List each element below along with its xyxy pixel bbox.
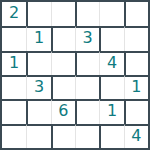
cell-r2c4[interactable]: 3: [75, 26, 99, 50]
cell-r6c3[interactable]: [51, 124, 75, 148]
cell-r6c4[interactable]: [75, 124, 99, 148]
cell-r3c1[interactable]: 1: [2, 51, 26, 75]
cell-r1c3[interactable]: [51, 2, 75, 26]
given-digit: 1: [131, 79, 141, 95]
cell-r5c6[interactable]: [124, 99, 148, 123]
board: 2131431614: [0, 0, 150, 150]
cell-r3c4[interactable]: [75, 51, 99, 75]
given-digit: 4: [107, 55, 117, 71]
given-digit: 1: [9, 55, 19, 71]
cell-r1c4[interactable]: [75, 2, 99, 26]
cell-r3c6[interactable]: [124, 51, 148, 75]
cell-r2c3[interactable]: [51, 26, 75, 50]
cell-r2c1[interactable]: [2, 26, 26, 50]
cell-r5c2[interactable]: [26, 99, 50, 123]
cell-r1c6[interactable]: [124, 2, 148, 26]
cell-r3c3[interactable]: [51, 51, 75, 75]
given-digit: 3: [34, 79, 44, 95]
cell-r2c5[interactable]: [99, 26, 123, 50]
cell-r2c2[interactable]: 1: [26, 26, 50, 50]
cell-r1c1[interactable]: 2: [2, 2, 26, 26]
cell-r6c6[interactable]: 4: [124, 124, 148, 148]
cell-r6c5[interactable]: [99, 124, 123, 148]
given-digit: 6: [58, 103, 68, 119]
cell-r4c4[interactable]: [75, 75, 99, 99]
given-digit: 4: [131, 128, 141, 144]
cell-r5c1[interactable]: [2, 99, 26, 123]
given-digit: 3: [83, 30, 93, 46]
cell-r1c5[interactable]: [99, 2, 123, 26]
cell-r4c3[interactable]: [51, 75, 75, 99]
cell-r5c4[interactable]: [75, 99, 99, 123]
cell-r4c6[interactable]: 1: [124, 75, 148, 99]
given-digit: 1: [34, 30, 44, 46]
cell-r5c5[interactable]: 1: [99, 99, 123, 123]
cell-r3c5[interactable]: 4: [99, 51, 123, 75]
cell-r1c2[interactable]: [26, 2, 50, 26]
cell-r3c2[interactable]: [26, 51, 50, 75]
cell-r6c1[interactable]: [2, 124, 26, 148]
cell-r4c5[interactable]: [99, 75, 123, 99]
cell-r6c2[interactable]: [26, 124, 50, 148]
cell-r5c3[interactable]: 6: [51, 99, 75, 123]
cell-r4c1[interactable]: [2, 75, 26, 99]
given-digit: 1: [107, 103, 117, 119]
cell-r2c6[interactable]: [124, 26, 148, 50]
given-digit: 2: [9, 5, 19, 21]
cell-r4c2[interactable]: 3: [26, 75, 50, 99]
